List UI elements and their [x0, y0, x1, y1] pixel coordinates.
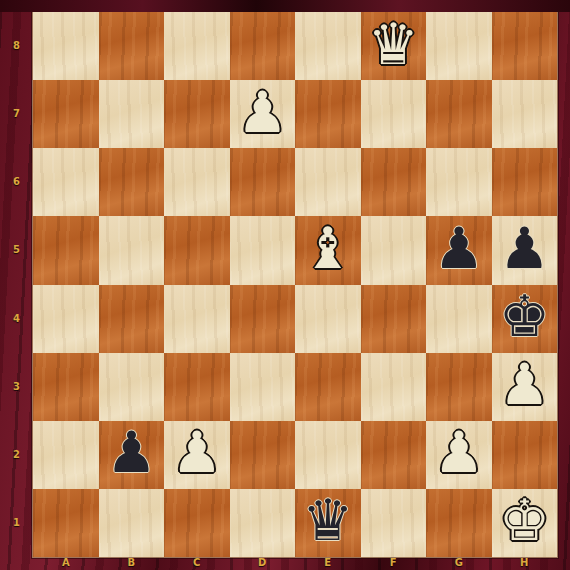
- rank-label-8: 8: [0, 40, 33, 51]
- square-a2[interactable]: [33, 421, 99, 489]
- square-a7[interactable]: [33, 80, 99, 148]
- square-e1[interactable]: ♛: [295, 489, 361, 557]
- file-label-h: H: [491, 556, 557, 570]
- square-g8[interactable]: [426, 12, 492, 80]
- piece-black-pawn-g5[interactable]: ♟: [433, 220, 484, 277]
- square-f3[interactable]: [361, 353, 427, 421]
- rank-label-2: 2: [0, 449, 33, 460]
- file-label-d: D: [229, 556, 295, 570]
- square-h6[interactable]: [492, 148, 558, 216]
- rank-label-7: 7: [0, 108, 33, 119]
- piece-white-queen-f8[interactable]: ♛: [368, 16, 419, 73]
- piece-white-pawn-c2[interactable]: ♟: [171, 424, 222, 481]
- square-g7[interactable]: [426, 80, 492, 148]
- square-b8[interactable]: [99, 12, 165, 80]
- square-c2[interactable]: ♟: [164, 421, 230, 489]
- square-d6[interactable]: [230, 148, 296, 216]
- chess-board-window: ♛♟♝♟♟♚♟♟♟♟♛♚ 12345678ABCDEFGH: [0, 0, 570, 570]
- square-f4[interactable]: [361, 285, 427, 353]
- square-g6[interactable]: [426, 148, 492, 216]
- square-h2[interactable]: [492, 421, 558, 489]
- square-h5[interactable]: ♟: [492, 216, 558, 284]
- piece-white-bishop-e5[interactable]: ♝: [302, 220, 353, 277]
- square-d5[interactable]: [230, 216, 296, 284]
- square-c7[interactable]: [164, 80, 230, 148]
- square-d7[interactable]: ♟: [230, 80, 296, 148]
- rank-label-6: 6: [0, 176, 33, 187]
- chess-board: ♛♟♝♟♟♚♟♟♟♟♛♚: [33, 12, 557, 557]
- square-e8[interactable]: [295, 12, 361, 80]
- file-label-e: E: [295, 556, 361, 570]
- square-b5[interactable]: [99, 216, 165, 284]
- square-a5[interactable]: [33, 216, 99, 284]
- square-c8[interactable]: [164, 12, 230, 80]
- rank-label-1: 1: [0, 517, 33, 528]
- square-h8[interactable]: [492, 12, 558, 80]
- square-d2[interactable]: [230, 421, 296, 489]
- piece-white-pawn-g2[interactable]: ♟: [433, 424, 484, 481]
- square-c3[interactable]: [164, 353, 230, 421]
- square-c6[interactable]: [164, 148, 230, 216]
- square-e5[interactable]: ♝: [295, 216, 361, 284]
- square-d4[interactable]: [230, 285, 296, 353]
- rank-label-5: 5: [0, 244, 33, 255]
- square-d1[interactable]: [230, 489, 296, 557]
- square-h4[interactable]: ♚: [492, 285, 558, 353]
- file-label-a: A: [33, 556, 99, 570]
- square-d8[interactable]: [230, 12, 296, 80]
- piece-black-pawn-h5[interactable]: ♟: [499, 220, 550, 277]
- square-b2[interactable]: ♟: [99, 421, 165, 489]
- piece-black-queen-e1[interactable]: ♛: [302, 492, 353, 549]
- square-g2[interactable]: ♟: [426, 421, 492, 489]
- square-f6[interactable]: [361, 148, 427, 216]
- square-g4[interactable]: [426, 285, 492, 353]
- square-f5[interactable]: [361, 216, 427, 284]
- square-f8[interactable]: ♛: [361, 12, 427, 80]
- file-label-c: C: [164, 556, 230, 570]
- square-h1[interactable]: ♚: [492, 489, 558, 557]
- square-a8[interactable]: [33, 12, 99, 80]
- square-a1[interactable]: [33, 489, 99, 557]
- rank-label-4: 4: [0, 313, 33, 324]
- square-h3[interactable]: ♟: [492, 353, 558, 421]
- piece-white-pawn-h3[interactable]: ♟: [499, 356, 550, 413]
- square-f2[interactable]: [361, 421, 427, 489]
- piece-black-pawn-b2[interactable]: ♟: [106, 424, 157, 481]
- file-label-g: G: [426, 556, 492, 570]
- square-a3[interactable]: [33, 353, 99, 421]
- square-e2[interactable]: [295, 421, 361, 489]
- square-b1[interactable]: [99, 489, 165, 557]
- square-a6[interactable]: [33, 148, 99, 216]
- square-c5[interactable]: [164, 216, 230, 284]
- square-c1[interactable]: [164, 489, 230, 557]
- piece-white-king-h1[interactable]: ♚: [499, 492, 550, 549]
- square-e3[interactable]: [295, 353, 361, 421]
- rank-label-3: 3: [0, 381, 33, 392]
- square-g5[interactable]: ♟: [426, 216, 492, 284]
- square-f7[interactable]: [361, 80, 427, 148]
- square-d3[interactable]: [230, 353, 296, 421]
- square-g1[interactable]: [426, 489, 492, 557]
- square-c4[interactable]: [164, 285, 230, 353]
- square-b3[interactable]: [99, 353, 165, 421]
- square-e6[interactable]: [295, 148, 361, 216]
- square-b6[interactable]: [99, 148, 165, 216]
- piece-white-pawn-d7[interactable]: ♟: [237, 84, 288, 141]
- square-e4[interactable]: [295, 285, 361, 353]
- square-a4[interactable]: [33, 285, 99, 353]
- piece-black-king-h4[interactable]: ♚: [499, 288, 550, 345]
- square-h7[interactable]: [492, 80, 558, 148]
- square-f1[interactable]: [361, 489, 427, 557]
- file-label-f: F: [360, 556, 426, 570]
- square-b4[interactable]: [99, 285, 165, 353]
- square-e7[interactable]: [295, 80, 361, 148]
- square-g3[interactable]: [426, 353, 492, 421]
- square-b7[interactable]: [99, 80, 165, 148]
- file-label-b: B: [98, 556, 164, 570]
